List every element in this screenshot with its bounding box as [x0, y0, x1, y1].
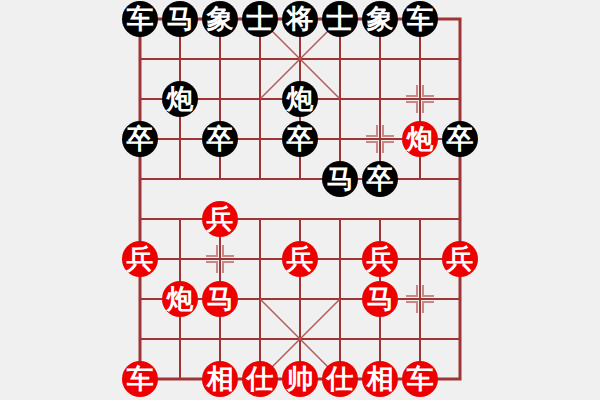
piece-black-general[interactable]: 将 [282, 1, 318, 37]
marker-corner [406, 101, 418, 113]
last-move-marker [406, 285, 434, 313]
piece-black-soldier[interactable]: 卒 [202, 121, 238, 157]
marker-corner [222, 245, 234, 257]
marker-corner [206, 261, 218, 273]
marker-corner [422, 301, 434, 313]
piece-red-advisor[interactable]: 仕 [322, 361, 358, 397]
piece-red-elephant[interactable]: 相 [202, 361, 238, 397]
marker-corner [382, 125, 394, 137]
marker-corner [366, 125, 378, 137]
piece-red-horse[interactable]: 马 [202, 281, 238, 317]
piece-red-soldier[interactable]: 兵 [362, 241, 398, 277]
piece-red-horse[interactable]: 马 [362, 281, 398, 317]
piece-black-advisor[interactable]: 士 [322, 1, 358, 37]
piece-red-elephant[interactable]: 相 [362, 361, 398, 397]
marker-corner [366, 141, 378, 153]
piece-red-cannon[interactable]: 炮 [402, 121, 438, 157]
piece-red-soldier[interactable]: 兵 [122, 241, 158, 277]
marker-corner [422, 285, 434, 297]
piece-black-chariot[interactable]: 车 [402, 1, 438, 37]
marker-corner [382, 141, 394, 153]
marker-corner [222, 261, 234, 273]
piece-black-cannon[interactable]: 炮 [282, 81, 318, 117]
marker-corner [422, 85, 434, 97]
piece-black-cannon[interactable]: 炮 [162, 81, 198, 117]
marker-corner [406, 285, 418, 297]
piece-red-chariot[interactable]: 车 [122, 361, 158, 397]
piece-red-soldier[interactable]: 兵 [442, 241, 478, 277]
piece-black-soldier[interactable]: 卒 [442, 121, 478, 157]
piece-black-soldier[interactable]: 卒 [282, 121, 318, 157]
piece-black-chariot[interactable]: 车 [122, 1, 158, 37]
last-move-marker [406, 85, 434, 113]
piece-black-soldier[interactable]: 卒 [122, 121, 158, 157]
piece-red-advisor[interactable]: 仕 [242, 361, 278, 397]
marker-corner [422, 101, 434, 113]
marker-corner [406, 301, 418, 313]
marker-corner [206, 245, 218, 257]
piece-red-cannon[interactable]: 炮 [162, 281, 198, 317]
piece-red-soldier[interactable]: 兵 [282, 241, 318, 277]
piece-black-elephant[interactable]: 象 [202, 1, 238, 37]
last-move-marker [366, 125, 394, 153]
piece-red-chariot[interactable]: 车 [402, 361, 438, 397]
board-grid [0, 0, 600, 400]
piece-red-general[interactable]: 帅 [282, 361, 318, 397]
xiangqi-board[interactable]: 车马象士将士象车炮炮卒卒卒炮卒马卒兵兵兵兵兵炮马马车相仕帅仕相车 [0, 0, 600, 400]
piece-black-advisor[interactable]: 士 [242, 1, 278, 37]
last-move-marker [206, 245, 234, 273]
piece-black-horse[interactable]: 马 [162, 1, 198, 37]
piece-black-horse[interactable]: 马 [322, 161, 358, 197]
piece-black-elephant[interactable]: 象 [362, 1, 398, 37]
piece-black-soldier[interactable]: 卒 [362, 161, 398, 197]
marker-corner [406, 85, 418, 97]
piece-red-soldier[interactable]: 兵 [202, 201, 238, 237]
